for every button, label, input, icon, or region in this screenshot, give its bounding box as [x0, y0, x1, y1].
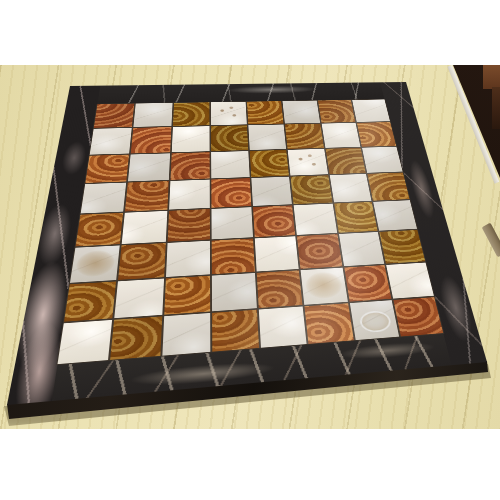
square-r0c7: [352, 99, 390, 122]
square-r5c3: [211, 239, 254, 274]
square-r2c5: [288, 149, 328, 176]
square-r3c5: [291, 175, 332, 204]
square-r2c2: [170, 152, 209, 180]
square-r2c0: [85, 154, 129, 182]
stain-smudge: [305, 272, 344, 300]
square-r7c3: [212, 309, 259, 351]
square-r4c6: [334, 202, 378, 233]
square-r3c7: [367, 172, 409, 200]
square-r1c5: [285, 124, 323, 149]
square-r1c0: [90, 128, 132, 154]
square-r6c7: [386, 262, 434, 298]
square-r1c3: [211, 125, 248, 150]
furniture-edge: [483, 65, 500, 89]
square-r0c5: [283, 101, 320, 124]
square-r4c0: [76, 213, 124, 247]
stain-specks: [288, 149, 328, 176]
square-r5c0: [70, 246, 120, 283]
square-r4c4: [253, 205, 295, 237]
square-r7c5: [305, 303, 354, 344]
square-r0c0: [94, 104, 135, 128]
square-r0c3: [211, 102, 247, 126]
square-r4c3: [211, 207, 253, 239]
square-r0c1: [134, 103, 173, 127]
square-r1c2: [171, 126, 209, 152]
square-r3c6: [329, 174, 371, 203]
square-r7c2: [162, 313, 210, 356]
square-r1c6: [321, 123, 360, 148]
square-r0c4: [247, 101, 284, 124]
square-r6c6: [344, 265, 391, 302]
square-r7c4: [259, 306, 307, 347]
square-r6c2: [164, 275, 210, 314]
square-r5c1: [118, 243, 165, 279]
furniture-shadowed-edge: [492, 87, 500, 129]
board-grid: [57, 99, 443, 364]
photo-canvas: [0, 0, 500, 500]
square-r1c1: [131, 127, 171, 153]
square-r3c4: [251, 177, 292, 206]
square-r4c7: [373, 200, 417, 231]
square-r4c2: [167, 209, 210, 242]
square-r6c5: [301, 267, 348, 304]
square-r6c3: [212, 273, 257, 311]
square-r3c0: [81, 182, 127, 213]
chess-board: [7, 82, 487, 405]
square-r7c1: [110, 316, 161, 360]
square-r2c1: [128, 153, 170, 181]
square-r2c6: [325, 148, 365, 174]
square-r3c1: [125, 181, 168, 212]
floor-object: [482, 223, 500, 258]
square-r6c1: [115, 278, 164, 318]
square-r0c2: [173, 102, 210, 126]
square-r4c1: [122, 211, 167, 244]
table-surface: [0, 65, 500, 429]
square-r1c4: [248, 125, 286, 150]
square-r5c6: [339, 232, 384, 266]
square-r5c5: [297, 234, 342, 268]
square-r0c6: [318, 100, 356, 123]
stain-specks: [211, 102, 247, 126]
square-r5c2: [166, 241, 210, 277]
square-r6c0: [64, 281, 116, 321]
square-r5c4: [255, 236, 299, 271]
canvas-margin-bottom: [0, 429, 500, 500]
square-r2c4: [250, 150, 289, 177]
stain-smudge: [75, 250, 116, 277]
square-r7c6: [349, 300, 398, 340]
square-r4c5: [294, 204, 337, 235]
canvas-margin-top: [0, 0, 500, 65]
stain-ring: [359, 310, 393, 333]
square-r3c2: [169, 179, 210, 209]
square-r1c7: [357, 122, 396, 146]
square-r6c4: [257, 270, 303, 308]
square-r7c0: [57, 320, 112, 364]
square-r3c3: [211, 178, 251, 208]
square-r7c7: [393, 297, 443, 336]
square-r2c3: [211, 151, 250, 178]
square-r2c7: [362, 146, 403, 172]
square-r5c7: [379, 230, 425, 263]
